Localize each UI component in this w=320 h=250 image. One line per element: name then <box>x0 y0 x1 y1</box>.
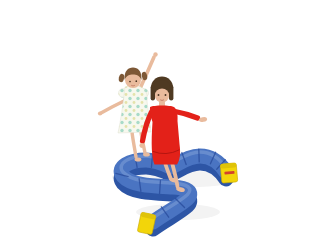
front-girl-eye-left <box>158 94 160 96</box>
back-girl-left-foot <box>135 158 142 162</box>
balance-toy-scene-illustration <box>40 16 290 250</box>
back-girl-left-hand <box>98 111 102 115</box>
back-girl-eye-right <box>135 80 137 82</box>
end-cap-right <box>220 163 238 183</box>
front-girl-side-lock-right <box>169 85 173 101</box>
front-girl-eye-right <box>165 94 167 96</box>
back-girl-eye-left <box>129 81 131 83</box>
product-photo <box>40 16 290 250</box>
back-girl-raised-hand <box>153 52 157 56</box>
front-girl-down-hand <box>139 143 144 148</box>
back-girl-right-foot <box>143 153 150 157</box>
front-girl-dress <box>150 106 180 165</box>
front-girl-side-lock-left <box>151 85 155 101</box>
